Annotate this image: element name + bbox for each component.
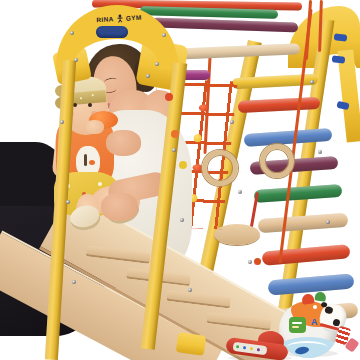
rivet — [248, 260, 252, 264]
brand-name-left: RINA — [96, 15, 114, 23]
rivet — [162, 33, 166, 37]
climb-knob-red — [165, 93, 173, 101]
rivet — [60, 120, 64, 124]
ladder-rung-blue — [244, 128, 333, 147]
rivet — [310, 80, 314, 84]
rivet — [326, 220, 330, 224]
patch-mark — [292, 326, 299, 328]
baby-eye — [73, 103, 77, 107]
rivet — [70, 31, 74, 35]
rivet — [318, 150, 322, 154]
rivet — [72, 280, 76, 284]
mother-hand-hip — [101, 193, 138, 221]
toy-button — [236, 345, 239, 348]
climb-knob-orange — [171, 130, 179, 138]
ball-tag — [301, 293, 314, 305]
baby-hand — [85, 120, 104, 134]
brand-name-right: GYM — [126, 13, 142, 21]
rivet — [146, 74, 150, 78]
ball-green-patch — [289, 317, 306, 333]
frame-right-foot — [176, 332, 207, 356]
graphic-mark — [89, 160, 95, 165]
mother-hand-chest — [106, 130, 141, 156]
ramp-cleat — [207, 312, 272, 331]
top-bar-maroon — [152, 17, 298, 32]
rivet — [74, 58, 78, 62]
ladder-rung-red-2 — [262, 244, 351, 266]
rivet — [238, 190, 242, 194]
gym-ring — [260, 144, 294, 178]
beige-cross-bar — [174, 43, 300, 59]
rivet — [230, 120, 234, 124]
ball-letter: A — [311, 317, 318, 327]
ball-dot — [313, 305, 317, 309]
gym-ring — [202, 150, 238, 186]
ladder-rung-blue-2 — [268, 273, 355, 295]
rivet — [66, 200, 70, 204]
headband-sparkle — [92, 94, 94, 96]
shorts-pattern — [98, 182, 102, 186]
blue-peg — [332, 55, 346, 63]
ramp-cleat — [86, 245, 151, 264]
rivet — [172, 148, 176, 152]
toy-button — [243, 346, 246, 349]
headband-sparkle — [80, 97, 82, 99]
gymnast-icon — [116, 13, 124, 22]
carry-handle-slot — [96, 26, 128, 38]
toy-button — [250, 347, 253, 350]
graphic-mark — [84, 154, 87, 166]
baby-eye — [88, 103, 92, 107]
rivet — [180, 218, 184, 222]
net-connector-red — [199, 104, 210, 111]
toy-button — [257, 348, 260, 351]
rivet — [155, 62, 159, 66]
climb-knob-yellow — [179, 161, 187, 169]
blue-peg — [334, 33, 348, 41]
ramp-cleat — [166, 290, 231, 309]
rope-knot — [254, 258, 261, 265]
net-connector — [193, 134, 202, 142]
rivet — [188, 288, 192, 292]
ball-tag — [314, 291, 326, 301]
product-photo: RINA GYM A — [0, 0, 360, 360]
patch-mark — [292, 322, 302, 324]
